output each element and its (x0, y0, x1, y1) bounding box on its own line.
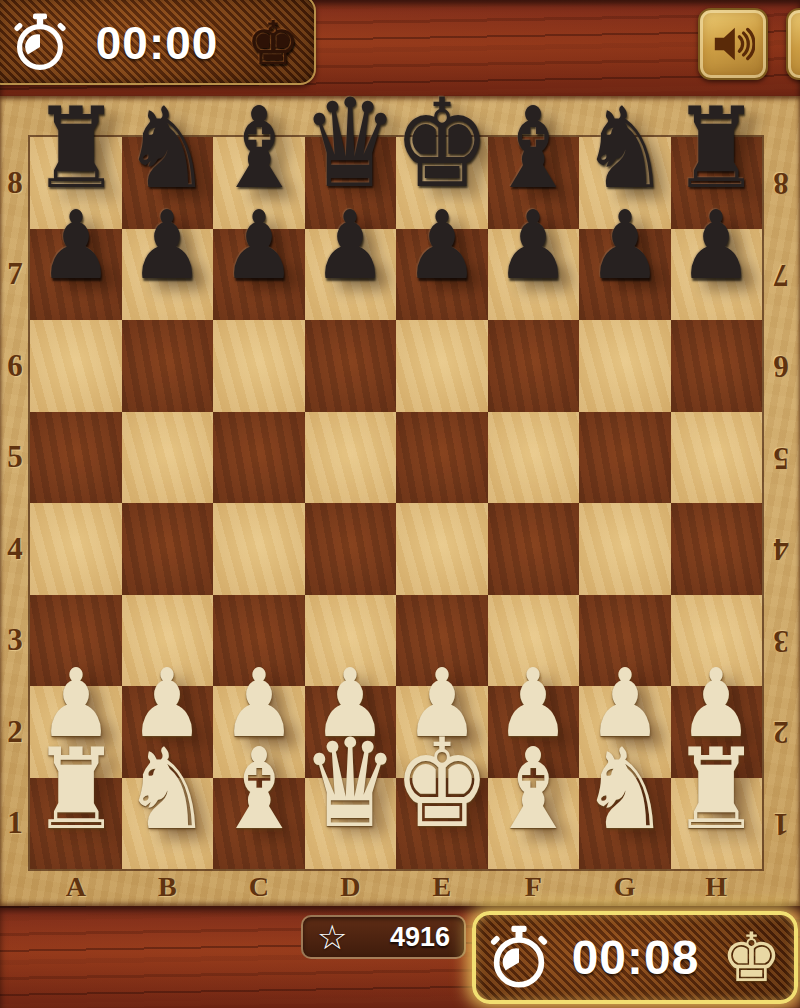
sound-button[interactable] (698, 8, 768, 80)
file-label-e: E (396, 871, 488, 903)
square-g6[interactable] (579, 320, 671, 412)
square-d6[interactable] (305, 320, 397, 412)
square-a4[interactable] (30, 503, 122, 595)
piece-white-bishop-f1[interactable]: ♝ (489, 738, 578, 841)
piece-white-queen-d1[interactable]: ♛ (302, 728, 399, 841)
square-f7[interactable]: ♟ (488, 229, 580, 321)
rank-label-right-5: 5 (762, 412, 800, 504)
square-g4[interactable] (579, 503, 671, 595)
piece-white-king-e1[interactable]: ♚ (393, 728, 490, 841)
square-h5[interactable] (671, 412, 763, 504)
stopwatch-icon (488, 924, 550, 992)
black-king-icon: ♚ (246, 13, 300, 73)
piece-black-king-e8[interactable]: ♚ (393, 88, 490, 201)
piece-black-rook-h8[interactable]: ♜ (672, 97, 761, 200)
white-king-icon: ♚ (721, 924, 782, 992)
piece-black-knight-b8[interactable]: ♞ (123, 97, 212, 200)
chess-game-screen: ♜♞♝♛♚♝♞♜♟♟♟♟♟♟♟♟♟♟♟♟♟♟♟♟♜♞♝♛♚♝♞♜ 8877665… (0, 0, 800, 1008)
rank-label-left-3: 3 (0, 595, 30, 687)
square-f1[interactable]: ♝ (488, 778, 580, 870)
piece-black-knight-g8[interactable]: ♞ (580, 97, 669, 200)
rank-label-right-3: 3 (762, 595, 800, 687)
piece-black-pawn-h7[interactable]: ♟ (679, 203, 754, 290)
square-d7[interactable]: ♟ (305, 229, 397, 321)
piece-black-bishop-c8[interactable]: ♝ (214, 97, 303, 200)
piece-white-bishop-c1[interactable]: ♝ (214, 738, 303, 841)
rank-label-right-2: 2 (762, 686, 800, 778)
square-c4[interactable] (213, 503, 305, 595)
score-value: 4916 (390, 922, 450, 953)
square-d5[interactable] (305, 412, 397, 504)
piece-white-knight-b1[interactable]: ♞ (123, 738, 212, 841)
piece-black-pawn-c7[interactable]: ♟ (221, 203, 296, 290)
square-f5[interactable] (488, 412, 580, 504)
square-c5[interactable] (213, 412, 305, 504)
score-panel: ☆ 4916 (301, 915, 466, 959)
black-clock-time: 00:00 (96, 16, 219, 70)
stopwatch-icon (12, 12, 68, 74)
file-label-c: C (213, 871, 305, 903)
square-g1[interactable]: ♞ (579, 778, 671, 870)
white-player-clock: 00:08 ♚ (472, 911, 798, 1004)
rank-label-right-7: 7 (762, 229, 800, 321)
rank-label-left-8: 8 (0, 137, 30, 229)
rank-label-left-2: 2 (0, 686, 30, 778)
piece-black-queen-d8[interactable]: ♛ (302, 88, 399, 201)
black-player-clock: 00:00 ♚ (0, 0, 316, 85)
square-g5[interactable] (579, 412, 671, 504)
file-label-g: G (579, 871, 671, 903)
rank-label-right-1: 1 (762, 778, 800, 870)
square-b4[interactable] (122, 503, 214, 595)
file-label-d: D (305, 871, 397, 903)
square-e4[interactable] (396, 503, 488, 595)
piece-white-rook-h1[interactable]: ♜ (672, 738, 761, 841)
piece-black-pawn-d7[interactable]: ♟ (313, 203, 388, 290)
rank-label-left-5: 5 (0, 412, 30, 504)
edge-button-partial[interactable] (786, 8, 800, 80)
square-b1[interactable]: ♞ (122, 778, 214, 870)
rank-label-left-4: 4 (0, 503, 30, 595)
piece-black-pawn-e7[interactable]: ♟ (404, 203, 479, 290)
square-h4[interactable] (671, 503, 763, 595)
square-b5[interactable] (122, 412, 214, 504)
square-a7[interactable]: ♟ (30, 229, 122, 321)
square-a6[interactable] (30, 320, 122, 412)
piece-black-pawn-f7[interactable]: ♟ (496, 203, 571, 290)
file-label-a: A (30, 871, 122, 903)
white-clock-time: 00:08 (572, 930, 700, 985)
square-h1[interactable]: ♜ (671, 778, 763, 870)
square-e6[interactable] (396, 320, 488, 412)
board-squares: ♜♞♝♛♚♝♞♜♟♟♟♟♟♟♟♟♟♟♟♟♟♟♟♟♜♞♝♛♚♝♞♜ (30, 137, 762, 869)
square-f4[interactable] (488, 503, 580, 595)
star-icon: ☆ (317, 920, 347, 954)
square-d1[interactable]: ♛ (305, 778, 397, 870)
square-a1[interactable]: ♜ (30, 778, 122, 870)
file-label-f: F (488, 871, 580, 903)
file-label-b: B (122, 871, 214, 903)
square-a5[interactable] (30, 412, 122, 504)
rank-label-right-4: 4 (762, 503, 800, 595)
piece-black-pawn-b7[interactable]: ♟ (130, 203, 205, 290)
square-d4[interactable] (305, 503, 397, 595)
square-g7[interactable]: ♟ (579, 229, 671, 321)
square-b6[interactable] (122, 320, 214, 412)
square-b7[interactable]: ♟ (122, 229, 214, 321)
piece-black-rook-a8[interactable]: ♜ (31, 97, 120, 200)
rank-label-right-8: 8 (762, 137, 800, 229)
square-c6[interactable] (213, 320, 305, 412)
square-c7[interactable]: ♟ (213, 229, 305, 321)
square-e1[interactable]: ♚ (396, 778, 488, 870)
chess-board-frame: ♜♞♝♛♚♝♞♜♟♟♟♟♟♟♟♟♟♟♟♟♟♟♟♟♜♞♝♛♚♝♞♜ 8877665… (0, 96, 800, 906)
square-c1[interactable]: ♝ (213, 778, 305, 870)
square-h6[interactable] (671, 320, 763, 412)
square-f6[interactable] (488, 320, 580, 412)
piece-black-pawn-a7[interactable]: ♟ (38, 203, 113, 290)
file-label-h: H (671, 871, 763, 903)
piece-white-knight-g1[interactable]: ♞ (580, 738, 669, 841)
piece-black-pawn-g7[interactable]: ♟ (587, 203, 662, 290)
piece-white-rook-a1[interactable]: ♜ (31, 738, 120, 841)
square-h7[interactable]: ♟ (671, 229, 763, 321)
rank-label-left-7: 7 (0, 229, 30, 321)
speaker-icon (711, 24, 755, 64)
rank-label-left-1: 1 (0, 778, 30, 870)
square-e5[interactable] (396, 412, 488, 504)
rank-label-right-6: 6 (762, 320, 800, 412)
rank-label-left-6: 6 (0, 320, 30, 412)
piece-black-bishop-f8[interactable]: ♝ (489, 97, 578, 200)
square-e7[interactable]: ♟ (396, 229, 488, 321)
